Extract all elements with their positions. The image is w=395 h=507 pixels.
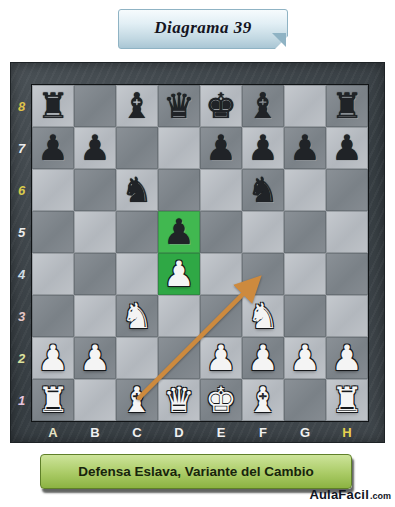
rank-label-5: 5 xyxy=(11,211,32,253)
square-b5[interactable] xyxy=(74,211,116,253)
square-c8[interactable]: ♝ xyxy=(116,85,158,127)
square-f3[interactable]: ♞ xyxy=(242,295,284,337)
black-bishop: ♝ xyxy=(121,85,152,127)
file-label-H: H xyxy=(326,422,368,443)
rank-label-8: 8 xyxy=(11,85,32,127)
square-h3[interactable] xyxy=(326,295,368,337)
square-d6[interactable] xyxy=(158,169,200,211)
square-g5[interactable] xyxy=(284,211,326,253)
rank-label-3: 3 xyxy=(11,295,32,337)
square-d5[interactable]: ♟ xyxy=(158,211,200,253)
caption-banner: Defensa Eslava, Variante del Cambio xyxy=(40,454,352,489)
square-c5[interactable] xyxy=(116,211,158,253)
square-a5[interactable] xyxy=(32,211,74,253)
square-d2[interactable] xyxy=(158,337,200,379)
square-c3[interactable]: ♞ xyxy=(116,295,158,337)
title-ribbon: Diagrama 39 xyxy=(118,9,288,49)
file-label-E: E xyxy=(200,422,242,443)
square-h1[interactable]: ♜ xyxy=(326,379,368,421)
square-f4[interactable] xyxy=(242,253,284,295)
square-e7[interactable]: ♟ xyxy=(200,127,242,169)
square-h6[interactable] xyxy=(326,169,368,211)
square-b4[interactable] xyxy=(74,253,116,295)
square-a1[interactable]: ♜ xyxy=(32,379,74,421)
black-pawn: ♟ xyxy=(289,127,320,169)
white-pawn: ♟ xyxy=(331,337,362,379)
square-h2[interactable]: ♟ xyxy=(326,337,368,379)
square-g6[interactable] xyxy=(284,169,326,211)
black-pawn: ♟ xyxy=(79,127,110,169)
black-knight: ♞ xyxy=(247,169,278,211)
rank-label-1: 1 xyxy=(11,379,32,421)
square-f1[interactable]: ♝ xyxy=(242,379,284,421)
square-d3[interactable] xyxy=(158,295,200,337)
square-b6[interactable] xyxy=(74,169,116,211)
chessboard-frame: 87654321 ABCDEFGH ♜♝♛♚♝♜♟♟♟♟♟♟♞♞♟♟♞♞♟♟♟♟… xyxy=(10,62,385,443)
rank-label-6: 6 xyxy=(11,169,32,211)
square-f7[interactable]: ♟ xyxy=(242,127,284,169)
diagram-page: Diagrama 39 87654321 ABCDEFGH ♜♝♛♚♝♜♟♟♟♟… xyxy=(0,0,395,507)
square-f6[interactable]: ♞ xyxy=(242,169,284,211)
white-pawn: ♟ xyxy=(247,337,278,379)
square-h8[interactable]: ♜ xyxy=(326,85,368,127)
square-g8[interactable] xyxy=(284,85,326,127)
white-pawn: ♟ xyxy=(163,253,194,295)
square-c1[interactable]: ♝ xyxy=(116,379,158,421)
white-pawn: ♟ xyxy=(205,337,236,379)
black-knight: ♞ xyxy=(121,169,152,211)
square-d1[interactable]: ♛ xyxy=(158,379,200,421)
black-king: ♚ xyxy=(205,85,236,127)
square-g7[interactable]: ♟ xyxy=(284,127,326,169)
white-rook: ♜ xyxy=(331,379,362,421)
square-h5[interactable] xyxy=(326,211,368,253)
rank-labels: 87654321 xyxy=(11,85,32,421)
square-f8[interactable]: ♝ xyxy=(242,85,284,127)
square-c7[interactable] xyxy=(116,127,158,169)
white-rook: ♜ xyxy=(37,379,68,421)
square-b7[interactable]: ♟ xyxy=(74,127,116,169)
chessboard: ♜♝♛♚♝♜♟♟♟♟♟♟♞♞♟♟♞♞♟♟♟♟♟♟♜♝♛♚♝♜ xyxy=(32,85,368,421)
square-b2[interactable]: ♟ xyxy=(74,337,116,379)
white-bishop: ♝ xyxy=(121,379,152,421)
white-queen: ♛ xyxy=(163,379,194,421)
file-labels: ABCDEFGH xyxy=(32,422,368,443)
white-knight: ♞ xyxy=(247,295,278,337)
square-b8[interactable] xyxy=(74,85,116,127)
white-bishop: ♝ xyxy=(247,379,278,421)
square-e5[interactable] xyxy=(200,211,242,253)
square-g3[interactable] xyxy=(284,295,326,337)
square-a4[interactable] xyxy=(32,253,74,295)
black-bishop: ♝ xyxy=(247,85,278,127)
square-g4[interactable] xyxy=(284,253,326,295)
rank-label-2: 2 xyxy=(11,337,32,379)
white-pawn: ♟ xyxy=(79,337,110,379)
square-e2[interactable]: ♟ xyxy=(200,337,242,379)
black-rook: ♜ xyxy=(37,85,68,127)
square-e6[interactable] xyxy=(200,169,242,211)
square-c2[interactable] xyxy=(116,337,158,379)
brand-name: AulaFacil xyxy=(309,487,369,502)
file-label-F: F xyxy=(242,422,284,443)
square-e8[interactable]: ♚ xyxy=(200,85,242,127)
square-a3[interactable] xyxy=(32,295,74,337)
square-g1[interactable] xyxy=(284,379,326,421)
black-pawn: ♟ xyxy=(37,127,68,169)
white-knight: ♞ xyxy=(121,295,152,337)
white-king: ♚ xyxy=(205,379,236,421)
white-pawn: ♟ xyxy=(37,337,68,379)
square-e4[interactable] xyxy=(200,253,242,295)
file-label-C: C xyxy=(116,422,158,443)
square-d4[interactable]: ♟ xyxy=(158,253,200,295)
square-a7[interactable]: ♟ xyxy=(32,127,74,169)
square-c4[interactable] xyxy=(116,253,158,295)
square-a8[interactable]: ♜ xyxy=(32,85,74,127)
square-b3[interactable] xyxy=(74,295,116,337)
file-label-B: B xyxy=(74,422,116,443)
square-c6[interactable]: ♞ xyxy=(116,169,158,211)
site-watermark: AulaFacil .com xyxy=(309,487,391,502)
black-pawn: ♟ xyxy=(163,211,194,253)
rank-label-4: 4 xyxy=(11,253,32,295)
brand-tld: .com xyxy=(370,491,391,501)
file-label-D: D xyxy=(158,422,200,443)
square-d7[interactable] xyxy=(158,127,200,169)
opening-name-label: Defensa Eslava, Variante del Cambio xyxy=(78,464,314,479)
black-pawn: ♟ xyxy=(247,127,278,169)
file-label-A: A xyxy=(32,422,74,443)
diagram-title: Diagrama 39 xyxy=(154,18,252,40)
square-f2[interactable]: ♟ xyxy=(242,337,284,379)
file-label-G: G xyxy=(284,422,326,443)
square-h4[interactable] xyxy=(326,253,368,295)
square-a6[interactable] xyxy=(32,169,74,211)
square-e3[interactable] xyxy=(200,295,242,337)
black-queen: ♛ xyxy=(163,85,194,127)
square-a2[interactable]: ♟ xyxy=(32,337,74,379)
square-h7[interactable]: ♟ xyxy=(326,127,368,169)
square-e1[interactable]: ♚ xyxy=(200,379,242,421)
square-f5[interactable] xyxy=(242,211,284,253)
white-pawn: ♟ xyxy=(289,337,320,379)
square-g2[interactable]: ♟ xyxy=(284,337,326,379)
ribbon-fold-corner xyxy=(272,33,286,47)
black-rook: ♜ xyxy=(331,85,362,127)
square-b1[interactable] xyxy=(74,379,116,421)
square-d8[interactable]: ♛ xyxy=(158,85,200,127)
rank-label-7: 7 xyxy=(11,127,32,169)
black-pawn: ♟ xyxy=(205,127,236,169)
black-pawn: ♟ xyxy=(331,127,362,169)
